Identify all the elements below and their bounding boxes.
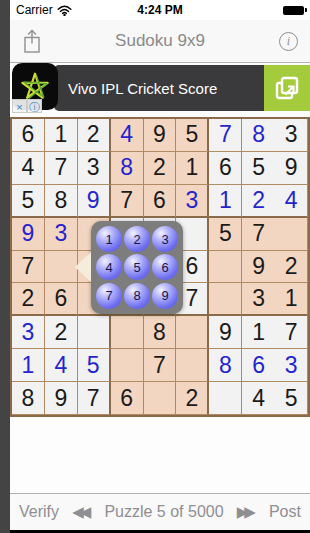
picker-number-6[interactable]: 6 [152,254,178,280]
cell-r3c8[interactable]: 2 [242,185,275,218]
cell-r7c3[interactable] [78,316,111,349]
picker-number-4[interactable]: 4 [96,254,122,280]
cell-r2c8[interactable]: 5 [242,152,275,185]
ad-title: Vivo IPL Cricket Score [54,80,217,97]
cell-r5c8[interactable]: 9 [242,251,275,284]
cell-r9c9[interactable]: 5 [275,382,308,415]
cell-r8c6[interactable] [176,349,209,382]
bottom-toolbar: Verify ◀◀ Puzzle 5 of 5000 ▶▶ Post [10,493,310,530]
adchoices-info-icon[interactable]: ⓘ [27,99,42,113]
cell-r9c7[interactable] [209,382,242,415]
cell-r6c8[interactable]: 3 [242,283,275,316]
cell-r6c2[interactable]: 6 [45,283,78,316]
cell-r3c9[interactable]: 4 [275,185,308,218]
cell-r1c8[interactable]: 8 [242,119,275,152]
cell-r9c1[interactable]: 8 [12,382,45,415]
cell-r2c2[interactable]: 7 [45,152,78,185]
cell-r6c9[interactable]: 1 [275,283,308,316]
cell-r2c5[interactable]: 2 [144,152,177,185]
cell-r9c4[interactable]: 6 [111,382,144,415]
cell-r7c1[interactable]: 3 [12,316,45,349]
cell-r3c3[interactable]: 9 [78,185,111,218]
cell-r5c1[interactable]: 7 [12,251,45,284]
cell-r8c5[interactable]: 7 [144,349,177,382]
cell-r3c7[interactable]: 1 [209,185,242,218]
cell-r2c4[interactable]: 8 [111,152,144,185]
cell-r1c6[interactable]: 5 [176,119,209,152]
cell-r6c1[interactable]: 2 [12,283,45,316]
cell-r8c3[interactable]: 5 [78,349,111,382]
cell-r3c6[interactable]: 3 [176,185,209,218]
info-button[interactable]: i [279,32,298,51]
cell-r2c3[interactable]: 3 [78,152,111,185]
cell-r1c2[interactable]: 1 [45,119,78,152]
previous-puzzle-icon[interactable]: ◀◀ [72,503,91,521]
cell-r2c9[interactable]: 9 [275,152,308,185]
cell-r9c5[interactable] [144,382,177,415]
number-picker-popup: 123456789 [91,221,183,314]
cell-r7c9[interactable]: 7 [275,316,308,349]
next-puzzle-icon[interactable]: ▶▶ [237,503,256,521]
cell-r4c9[interactable] [275,218,308,251]
picker-number-9[interactable]: 9 [152,283,178,309]
cell-r8c1[interactable]: 1 [12,349,45,382]
ad-open-button[interactable] [264,65,310,111]
cell-r3c5[interactable]: 6 [144,185,177,218]
ad-text-panel[interactable]: Vivo IPL Cricket Score [54,65,264,111]
cell-r5c7[interactable] [209,251,242,284]
cell-r9c3[interactable]: 7 [78,382,111,415]
cell-r5c9[interactable]: 2 [275,251,308,284]
post-button[interactable]: Post [269,503,301,521]
ad-banner[interactable]: Vivo IPL Cricket Score × ⓘ [10,63,310,113]
status-bar: Carrier 4:24 PM [10,0,310,20]
cell-r9c6[interactable]: 2 [176,382,209,415]
status-time: 4:24 PM [10,3,310,17]
picker-number-7[interactable]: 7 [96,283,122,309]
cell-r1c5[interactable]: 9 [144,119,177,152]
nav-bar: Sudoku 9x9 i [10,20,310,63]
cell-r3c4[interactable]: 7 [111,185,144,218]
page-title: Sudoku 9x9 [10,31,310,51]
cell-r9c8[interactable]: 4 [242,382,275,415]
picker-number-1[interactable]: 1 [96,226,122,252]
external-link-icon [274,75,300,101]
cell-r3c2[interactable]: 8 [45,185,78,218]
cell-r1c4[interactable]: 4 [111,119,144,152]
cell-r9c2[interactable]: 9 [45,382,78,415]
cell-r2c1[interactable]: 4 [12,152,45,185]
cell-r4c7[interactable]: 5 [209,218,242,251]
cell-r2c7[interactable]: 6 [209,152,242,185]
adchoices-badges: × ⓘ [12,99,42,113]
cell-r8c8[interactable]: 6 [242,349,275,382]
cell-r8c7[interactable]: 8 [209,349,242,382]
cell-r8c9[interactable]: 3 [275,349,308,382]
cell-r4c8[interactable]: 7 [242,218,275,251]
picker-number-2[interactable]: 2 [124,226,150,252]
cell-r2c6[interactable]: 1 [176,152,209,185]
app-screen: Carrier 4:24 PM Sudoku 9x9 i Vivo IPL Cr… [10,0,310,533]
picker-arrow-left [75,252,91,282]
picker-number-3[interactable]: 3 [152,226,178,252]
cell-r8c2[interactable]: 4 [45,349,78,382]
cell-r7c6[interactable] [176,316,209,349]
ad-close-icon[interactable]: × [12,99,27,113]
cell-r7c7[interactable]: 9 [209,316,242,349]
picker-number-5[interactable]: 5 [124,254,150,280]
cell-r7c4[interactable] [111,316,144,349]
sudoku-board: 123456789 612495783473821659589763124935… [10,117,310,417]
cell-r7c5[interactable]: 8 [144,316,177,349]
cell-r1c3[interactable]: 2 [78,119,111,152]
cell-r1c1[interactable]: 6 [12,119,45,152]
share-icon [22,28,42,54]
info-icon: i [279,32,298,51]
battery-icon [283,6,304,15]
share-button[interactable] [22,28,42,54]
puzzle-counter-label: Puzzle 5 of 5000 [104,503,223,521]
cell-r4c1[interactable]: 9 [12,218,45,251]
cell-r8c4[interactable] [111,349,144,382]
cell-r5c2[interactable] [45,251,78,284]
picker-number-8[interactable]: 8 [124,283,150,309]
cell-r3c1[interactable]: 5 [12,185,45,218]
cell-r6c7[interactable] [209,283,242,316]
verify-button[interactable]: Verify [19,503,59,521]
cell-r1c7[interactable]: 7 [209,119,242,152]
cell-r7c2[interactable]: 2 [45,316,78,349]
cell-r1c9[interactable]: 3 [275,119,308,152]
cell-r4c2[interactable]: 3 [45,218,78,251]
cell-r7c8[interactable]: 1 [242,316,275,349]
